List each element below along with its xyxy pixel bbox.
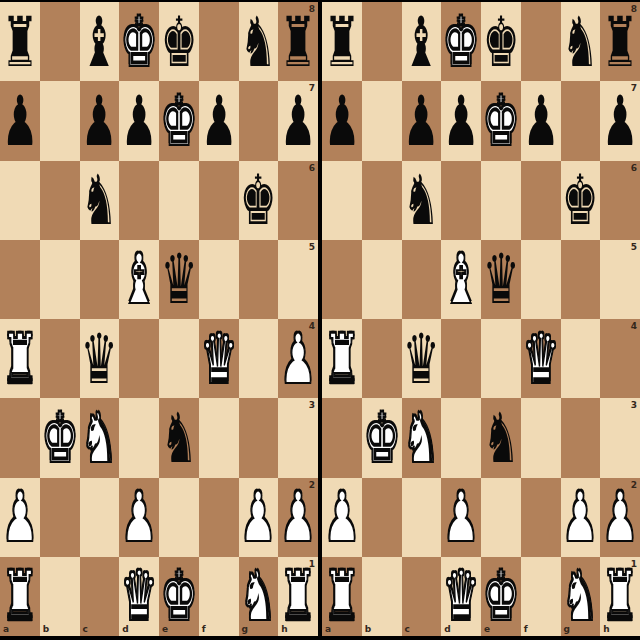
square-d1[interactable]: ♛d xyxy=(441,557,481,636)
piece-white-bishop[interactable]: ♝ xyxy=(121,243,158,316)
piece-black-pawn[interactable]: ♟ xyxy=(403,84,440,157)
rank-label-2-left: 2 xyxy=(309,480,315,490)
square-d6[interactable] xyxy=(119,161,159,240)
square-a2[interactable]: ♟ xyxy=(0,478,40,557)
piece-black-knight[interactable]: ♞ xyxy=(240,5,277,78)
rank-label-3-right: 3 xyxy=(631,400,637,410)
rank-label-7-right: 7 xyxy=(631,83,637,93)
square-f6[interactable] xyxy=(521,161,561,240)
square-c4[interactable]: ♛ xyxy=(402,319,442,398)
file-label-f-right: f xyxy=(524,624,528,634)
square-g3[interactable] xyxy=(239,398,279,477)
square-g7[interactable] xyxy=(561,81,601,160)
dual-chess-boards: ♜♝♚♚♞♜8♟♟♟♚♟♟7♞♚6♝♛5♜♛♛♟4♚♞♞3♟♟♟♟2♜abc♛d… xyxy=(0,0,640,640)
square-g6[interactable]: ♚ xyxy=(561,161,601,240)
square-e8[interactable]: ♚ xyxy=(159,2,199,81)
rank-label-7-left: 7 xyxy=(309,83,315,93)
piece-white-rook[interactable]: ♜ xyxy=(323,560,360,633)
piece-white-king[interactable]: ♚ xyxy=(482,560,519,633)
square-b5[interactable] xyxy=(362,240,402,319)
piece-white-bishop[interactable]: ♝ xyxy=(443,243,480,316)
piece-white-pawn[interactable]: ♟ xyxy=(240,481,277,554)
piece-black-knight[interactable]: ♞ xyxy=(403,164,440,237)
piece-black-rook[interactable]: ♜ xyxy=(602,5,639,78)
square-f2[interactable] xyxy=(199,478,239,557)
piece-black-king[interactable]: ♚ xyxy=(482,5,519,78)
square-h6[interactable]: 6 xyxy=(278,161,318,240)
chess-board-right: ♜♝♚♚♞♜8♟♟♟♚♟♟7♞♚6♝♛5♜♛♛4♚♞♞3♟♟♟♟2♜abc♛d♚… xyxy=(322,2,640,636)
file-label-a-right: a xyxy=(325,624,331,634)
square-e1[interactable]: ♚e xyxy=(481,557,521,636)
piece-white-king[interactable]: ♚ xyxy=(41,401,78,474)
file-label-g-right: g xyxy=(564,624,570,634)
square-h2[interactable]: ♟2 xyxy=(600,478,640,557)
square-f1[interactable]: f xyxy=(521,557,561,636)
square-c7[interactable]: ♟ xyxy=(402,81,442,160)
square-c4[interactable]: ♛ xyxy=(80,319,120,398)
square-a4[interactable]: ♜ xyxy=(322,319,362,398)
chess-board-left: ♜♝♚♚♞♜8♟♟♟♚♟♟7♞♚6♝♛5♜♛♛♟4♚♞♞3♟♟♟♟2♜abc♛d… xyxy=(0,2,318,636)
square-a1[interactable]: ♜a xyxy=(322,557,362,636)
square-d7[interactable]: ♟ xyxy=(441,81,481,160)
square-f7[interactable]: ♟ xyxy=(199,81,239,160)
square-a1[interactable]: ♜a xyxy=(0,557,40,636)
piece-white-rook[interactable]: ♜ xyxy=(1,560,38,633)
piece-white-rook[interactable]: ♜ xyxy=(1,322,38,395)
square-c1[interactable]: c xyxy=(80,557,120,636)
piece-white-rook[interactable]: ♜ xyxy=(280,560,317,633)
piece-black-knight[interactable]: ♞ xyxy=(562,5,599,78)
square-a7[interactable]: ♟ xyxy=(0,81,40,160)
square-e7[interactable]: ♚ xyxy=(159,81,199,160)
square-g4[interactable] xyxy=(239,319,279,398)
square-h8[interactable]: ♜8 xyxy=(600,2,640,81)
square-a7[interactable]: ♟ xyxy=(322,81,362,160)
square-d8[interactable]: ♚ xyxy=(441,2,481,81)
square-b1[interactable]: b xyxy=(362,557,402,636)
square-e6[interactable] xyxy=(481,161,521,240)
file-label-d-left: d xyxy=(122,624,128,634)
square-c3[interactable]: ♞ xyxy=(80,398,120,477)
square-c5[interactable] xyxy=(402,240,442,319)
piece-white-pawn[interactable]: ♟ xyxy=(562,481,599,554)
square-e6[interactable] xyxy=(159,161,199,240)
square-a2[interactable]: ♟ xyxy=(322,478,362,557)
square-c3[interactable]: ♞ xyxy=(402,398,442,477)
square-a6[interactable] xyxy=(0,161,40,240)
rank-label-5-left: 5 xyxy=(309,242,315,252)
rank-label-6-right: 6 xyxy=(631,163,637,173)
square-h3[interactable]: 3 xyxy=(278,398,318,477)
file-label-c-right: c xyxy=(405,624,410,634)
piece-black-rook[interactable]: ♜ xyxy=(1,5,38,78)
square-a6[interactable] xyxy=(322,161,362,240)
piece-white-king[interactable]: ♚ xyxy=(160,560,197,633)
square-e3[interactable]: ♞ xyxy=(159,398,199,477)
piece-black-pawn[interactable]: ♟ xyxy=(1,84,38,157)
rank-label-8-left: 8 xyxy=(309,4,315,14)
square-b4[interactable] xyxy=(40,319,80,398)
square-g2[interactable]: ♟ xyxy=(561,478,601,557)
piece-black-queen[interactable]: ♛ xyxy=(482,243,519,316)
square-f4[interactable]: ♛ xyxy=(199,319,239,398)
square-e1[interactable]: ♚e xyxy=(159,557,199,636)
piece-black-king[interactable]: ♚ xyxy=(562,164,599,237)
piece-black-rook[interactable]: ♜ xyxy=(323,5,360,78)
square-e2[interactable] xyxy=(159,478,199,557)
piece-black-bishop[interactable]: ♝ xyxy=(81,5,118,78)
square-a3[interactable] xyxy=(322,398,362,477)
square-h4[interactable]: 4 xyxy=(600,319,640,398)
piece-black-knight[interactable]: ♞ xyxy=(160,401,197,474)
square-d5[interactable]: ♝ xyxy=(441,240,481,319)
piece-black-bishop[interactable]: ♝ xyxy=(403,5,440,78)
square-h3[interactable]: 3 xyxy=(600,398,640,477)
square-b2[interactable] xyxy=(362,478,402,557)
square-c8[interactable]: ♝ xyxy=(402,2,442,81)
square-a3[interactable] xyxy=(0,398,40,477)
piece-white-king[interactable]: ♚ xyxy=(363,401,400,474)
square-h5[interactable]: 5 xyxy=(600,240,640,319)
square-h4[interactable]: ♟4 xyxy=(278,319,318,398)
square-a5[interactable] xyxy=(322,240,362,319)
square-c7[interactable]: ♟ xyxy=(80,81,120,160)
file-label-e-right: e xyxy=(484,624,490,634)
piece-black-king[interactable]: ♚ xyxy=(240,164,277,237)
square-g5[interactable] xyxy=(239,240,279,319)
file-label-e-left: e xyxy=(162,624,168,634)
square-a4[interactable]: ♜ xyxy=(0,319,40,398)
file-label-g-left: g xyxy=(242,624,248,634)
piece-black-knight[interactable]: ♞ xyxy=(81,164,118,237)
square-b7[interactable] xyxy=(40,81,80,160)
square-e4[interactable] xyxy=(159,319,199,398)
piece-black-queen[interactable]: ♛ xyxy=(403,322,440,395)
square-d8[interactable]: ♚ xyxy=(119,2,159,81)
square-f7[interactable]: ♟ xyxy=(521,81,561,160)
square-c5[interactable] xyxy=(80,240,120,319)
piece-black-knight[interactable]: ♞ xyxy=(482,401,519,474)
piece-white-queen[interactable]: ♛ xyxy=(522,322,559,395)
square-d3[interactable] xyxy=(119,398,159,477)
rank-label-3-left: 3 xyxy=(309,400,315,410)
piece-white-pawn[interactable]: ♟ xyxy=(323,481,360,554)
file-label-b-right: b xyxy=(365,624,371,634)
square-e7[interactable]: ♚ xyxy=(481,81,521,160)
square-d2[interactable]: ♟ xyxy=(441,478,481,557)
piece-black-pawn[interactable]: ♟ xyxy=(280,84,317,157)
rank-label-1-left: 1 xyxy=(309,559,315,569)
square-f1[interactable]: f xyxy=(199,557,239,636)
piece-white-rook[interactable]: ♜ xyxy=(323,322,360,395)
square-g8[interactable]: ♞ xyxy=(561,2,601,81)
square-b8[interactable] xyxy=(40,2,80,81)
square-a5[interactable] xyxy=(0,240,40,319)
square-d2[interactable]: ♟ xyxy=(119,478,159,557)
piece-black-queen[interactable]: ♛ xyxy=(81,322,118,395)
square-g1[interactable]: ♞g xyxy=(239,557,279,636)
square-d7[interactable]: ♟ xyxy=(119,81,159,160)
square-e4[interactable] xyxy=(481,319,521,398)
square-b8[interactable] xyxy=(362,2,402,81)
square-h2[interactable]: ♟2 xyxy=(278,478,318,557)
square-b4[interactable] xyxy=(362,319,402,398)
square-f8[interactable] xyxy=(199,2,239,81)
piece-white-king[interactable]: ♚ xyxy=(443,5,480,78)
square-b6[interactable] xyxy=(362,161,402,240)
piece-white-king[interactable]: ♚ xyxy=(121,5,158,78)
square-f2[interactable] xyxy=(521,478,561,557)
piece-white-pawn[interactable]: ♟ xyxy=(1,481,38,554)
square-c8[interactable]: ♝ xyxy=(80,2,120,81)
square-b3[interactable]: ♚ xyxy=(362,398,402,477)
piece-white-queen[interactable]: ♛ xyxy=(443,560,480,633)
square-h7[interactable]: ♟7 xyxy=(600,81,640,160)
square-a8[interactable]: ♜ xyxy=(0,2,40,81)
piece-white-pawn[interactable]: ♟ xyxy=(602,481,639,554)
square-g2[interactable]: ♟ xyxy=(239,478,279,557)
file-label-h-left: h xyxy=(281,624,287,634)
piece-white-pawn[interactable]: ♟ xyxy=(280,481,317,554)
square-f5[interactable] xyxy=(521,240,561,319)
square-b2[interactable] xyxy=(40,478,80,557)
square-f3[interactable] xyxy=(521,398,561,477)
square-g7[interactable] xyxy=(239,81,279,160)
square-a8[interactable]: ♜ xyxy=(322,2,362,81)
square-g6[interactable]: ♚ xyxy=(239,161,279,240)
rank-label-5-right: 5 xyxy=(631,242,637,252)
piece-white-knight[interactable]: ♞ xyxy=(240,560,277,633)
square-h1[interactable]: ♜1h xyxy=(278,557,318,636)
piece-black-queen[interactable]: ♛ xyxy=(160,243,197,316)
piece-white-pawn[interactable]: ♟ xyxy=(121,481,158,554)
square-c6[interactable]: ♞ xyxy=(402,161,442,240)
square-b5[interactable] xyxy=(40,240,80,319)
square-d3[interactable] xyxy=(441,398,481,477)
rank-label-4-left: 4 xyxy=(309,321,315,331)
square-h7[interactable]: ♟7 xyxy=(278,81,318,160)
piece-black-rook[interactable]: ♜ xyxy=(280,5,317,78)
square-e5[interactable]: ♛ xyxy=(159,240,199,319)
square-h5[interactable]: 5 xyxy=(278,240,318,319)
rank-label-4-right: 4 xyxy=(631,321,637,331)
square-b7[interactable] xyxy=(362,81,402,160)
square-h1[interactable]: ♜1h xyxy=(600,557,640,636)
file-label-b-left: b xyxy=(43,624,49,634)
square-g4[interactable] xyxy=(561,319,601,398)
square-f3[interactable] xyxy=(199,398,239,477)
square-f6[interactable] xyxy=(199,161,239,240)
rank-label-8-right: 8 xyxy=(631,4,637,14)
rank-label-6-left: 6 xyxy=(309,163,315,173)
square-d6[interactable] xyxy=(441,161,481,240)
piece-white-pawn[interactable]: ♟ xyxy=(280,322,317,395)
piece-white-pawn[interactable]: ♟ xyxy=(443,481,480,554)
square-d4[interactable] xyxy=(441,319,481,398)
square-g5[interactable] xyxy=(561,240,601,319)
square-g3[interactable] xyxy=(561,398,601,477)
square-g8[interactable]: ♞ xyxy=(239,2,279,81)
square-d4[interactable] xyxy=(119,319,159,398)
piece-black-pawn[interactable]: ♟ xyxy=(443,84,480,157)
square-g1[interactable]: ♞g xyxy=(561,557,601,636)
square-h8[interactable]: ♜8 xyxy=(278,2,318,81)
rank-label-2-right: 2 xyxy=(631,480,637,490)
square-e2[interactable] xyxy=(481,478,521,557)
piece-black-pawn[interactable]: ♟ xyxy=(522,84,559,157)
square-b1[interactable]: b xyxy=(40,557,80,636)
piece-black-pawn[interactable]: ♟ xyxy=(81,84,118,157)
piece-white-king[interactable]: ♚ xyxy=(482,84,519,157)
piece-black-pawn[interactable]: ♟ xyxy=(602,84,639,157)
square-e8[interactable]: ♚ xyxy=(481,2,521,81)
file-label-d-right: d xyxy=(444,624,450,634)
square-b3[interactable]: ♚ xyxy=(40,398,80,477)
piece-black-pawn[interactable]: ♟ xyxy=(200,84,237,157)
square-e3[interactable]: ♞ xyxy=(481,398,521,477)
square-f8[interactable] xyxy=(521,2,561,81)
square-d5[interactable]: ♝ xyxy=(119,240,159,319)
piece-black-pawn[interactable]: ♟ xyxy=(323,84,360,157)
square-c6[interactable]: ♞ xyxy=(80,161,120,240)
piece-white-knight[interactable]: ♞ xyxy=(403,401,440,474)
file-label-f-left: f xyxy=(202,624,206,634)
square-h6[interactable]: 6 xyxy=(600,161,640,240)
file-label-h-right: h xyxy=(603,624,609,634)
square-f4[interactable]: ♛ xyxy=(521,319,561,398)
piece-black-pawn[interactable]: ♟ xyxy=(121,84,158,157)
piece-white-queen[interactable]: ♛ xyxy=(121,560,158,633)
file-label-a-left: a xyxy=(3,624,9,634)
square-c2[interactable] xyxy=(80,478,120,557)
rank-label-1-right: 1 xyxy=(631,559,637,569)
piece-black-king[interactable]: ♚ xyxy=(160,5,197,78)
piece-white-knight[interactable]: ♞ xyxy=(562,560,599,633)
piece-white-king[interactable]: ♚ xyxy=(160,84,197,157)
square-c2[interactable] xyxy=(402,478,442,557)
square-b6[interactable] xyxy=(40,161,80,240)
square-e5[interactable]: ♛ xyxy=(481,240,521,319)
file-label-c-left: c xyxy=(83,624,88,634)
square-f5[interactable] xyxy=(199,240,239,319)
piece-white-knight[interactable]: ♞ xyxy=(81,401,118,474)
square-d1[interactable]: ♛d xyxy=(119,557,159,636)
square-c1[interactable]: c xyxy=(402,557,442,636)
piece-white-rook[interactable]: ♜ xyxy=(602,560,639,633)
piece-white-queen[interactable]: ♛ xyxy=(200,322,237,395)
